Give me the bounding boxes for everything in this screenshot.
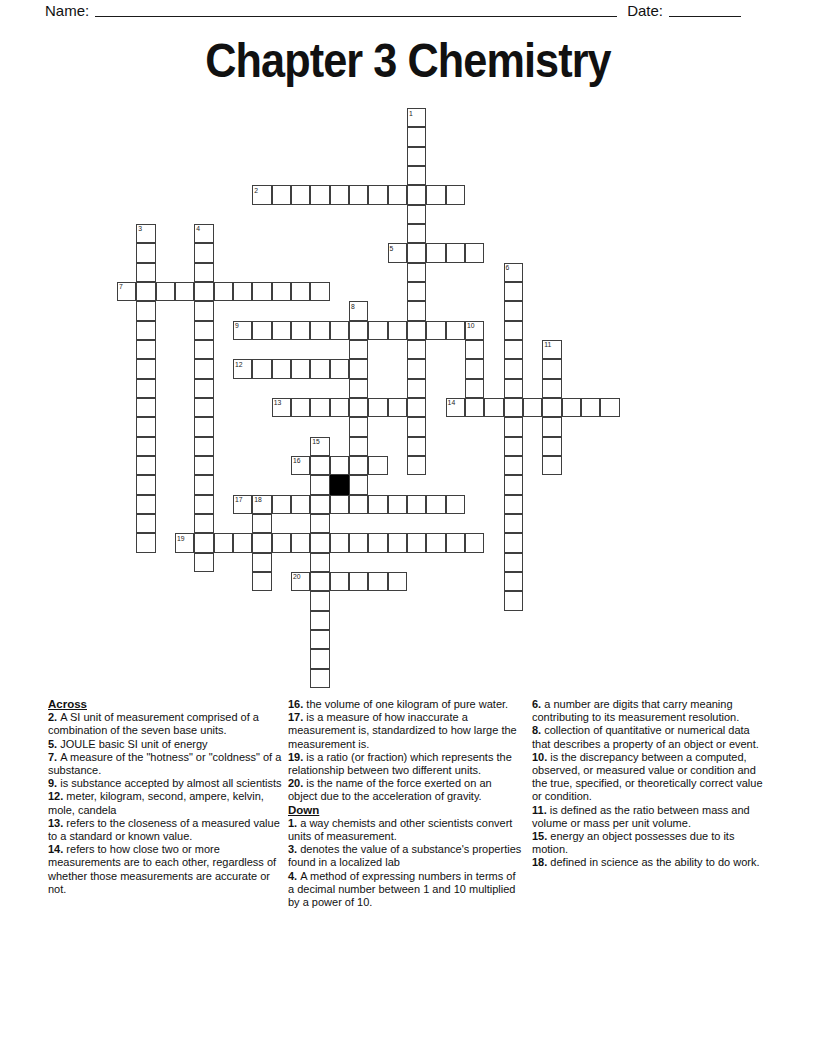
cell-r7c4[interactable] (194, 243, 213, 262)
cell-r13c11[interactable] (330, 359, 349, 378)
cell-number-20: 20 (293, 573, 301, 580)
cell-r9c4[interactable] (194, 282, 213, 301)
cell-r15c12[interactable] (349, 398, 368, 417)
cell-number-14: 14 (448, 399, 456, 406)
cell-r18c13[interactable] (368, 456, 387, 475)
cell-r19c10[interactable] (310, 475, 329, 494)
cell-r23c10[interactable] (310, 553, 329, 572)
cell-r17c1[interactable] (136, 437, 155, 456)
cell-r22c20[interactable] (504, 533, 523, 552)
cell-r23c20[interactable] (504, 553, 523, 572)
crossword-grid: 1234567891011121314151617181920 (117, 108, 621, 689)
cell-r11c15[interactable] (407, 321, 426, 340)
page-title: Chapter 3 Chemistry (41, 33, 775, 88)
cell-number-5: 5 (390, 245, 394, 252)
cell-r14c12[interactable] (349, 379, 368, 398)
clue-down-8: 8. collection of quantitative or numeric… (532, 724, 766, 750)
cell-r11c9[interactable] (291, 321, 310, 340)
cell-r22c4[interactable] (194, 533, 213, 552)
cell-r15c19[interactable] (484, 398, 503, 417)
cell-r12c18[interactable] (465, 340, 484, 359)
clue-number-across-14: 14. (48, 843, 66, 855)
clue-down-6: 6. a number are digits that carry meanin… (532, 698, 766, 724)
clue-across-20: 20. is the name of the force exerted on … (288, 777, 522, 803)
clue-across-2: 2. A SI unit of measurement comprised of… (48, 711, 282, 737)
cell-r22c7[interactable] (252, 533, 271, 552)
cell-number-15: 15 (312, 438, 320, 445)
clue-number-down-1: 1. (288, 817, 300, 829)
clue-across-9: 9. is substance accepted by almost all s… (48, 777, 282, 790)
cell-r7c1[interactable] (136, 243, 155, 262)
cell-r13c10[interactable] (310, 359, 329, 378)
cell-r11c7[interactable] (252, 321, 271, 340)
cell-r15c24[interactable] (581, 398, 600, 417)
clue-across-7: 7. A measure of the "hotness" or "coldne… (48, 751, 282, 777)
cell-r21c7[interactable] (252, 514, 271, 533)
clue-down-1: 1. a way chemists and other scientists c… (288, 817, 522, 843)
cell-r16c22[interactable] (542, 417, 561, 436)
clue-number-across-7: 7. (48, 751, 60, 763)
worksheet-page: Name: Date: Chapter 3 Chemistry 12345678… (0, 0, 816, 1056)
cell-number-13: 13 (274, 399, 282, 406)
cell-r10c4[interactable] (194, 301, 213, 320)
cell-r9c10[interactable] (310, 282, 329, 301)
cell-r11c12[interactable] (349, 321, 368, 340)
cell-r7c17[interactable] (446, 243, 465, 262)
clue-number-down-4: 4. (288, 870, 300, 882)
cell-r13c9[interactable] (291, 359, 310, 378)
cell-r20c1[interactable] (136, 495, 155, 514)
cell-r11c20[interactable] (504, 321, 523, 340)
cell-r27c10[interactable] (310, 630, 329, 649)
cell-r15c11[interactable] (330, 398, 349, 417)
cell-r23c4[interactable] (194, 553, 213, 572)
clues-column-1: Across2. A SI unit of measurement compri… (48, 698, 282, 896)
cell-r9c8[interactable] (272, 282, 291, 301)
cell-r11c14[interactable] (388, 321, 407, 340)
cell-r12c4[interactable] (194, 340, 213, 359)
cell-r1c15[interactable] (407, 127, 426, 146)
cell-r28c10[interactable] (310, 649, 329, 668)
cell-r10c20[interactable] (504, 301, 523, 320)
cell-r21c1[interactable] (136, 514, 155, 533)
clue-across-17: 17. is a measure of how inaccurate a mea… (288, 711, 522, 751)
clue-across-14: 14. refers to how close two or more meas… (48, 843, 282, 896)
cell-r10c15[interactable] (407, 301, 426, 320)
clue-number-across-16: 16. (288, 698, 306, 710)
cell-r2c15[interactable] (407, 147, 426, 166)
cell-r20c12[interactable] (349, 495, 368, 514)
clue-number-down-15: 15. (532, 830, 550, 842)
cell-r9c15[interactable] (407, 282, 426, 301)
cell-r13c22[interactable] (542, 359, 561, 378)
clue-across-5: 5. JOULE basic SI unit of energy (48, 738, 282, 751)
cell-r17c4[interactable] (194, 437, 213, 456)
cell-r13c20[interactable] (504, 359, 523, 378)
clue-number-across-13: 13. (48, 817, 66, 829)
cell-number-7: 7 (119, 283, 123, 290)
clue-number-down-11: 11. (532, 804, 550, 816)
cell-r19c20[interactable] (504, 475, 523, 494)
cell-r15c1[interactable] (136, 398, 155, 417)
cell-r10c1[interactable] (136, 301, 155, 320)
cell-r15c21[interactable] (523, 398, 542, 417)
cell-number-12: 12 (235, 361, 243, 368)
cell-r24c20[interactable] (504, 572, 523, 591)
down-heading: Down (288, 804, 522, 817)
cell-r22c9[interactable] (291, 533, 310, 552)
cell-r22c5[interactable] (214, 533, 233, 552)
cell-r19c12[interactable] (349, 475, 368, 494)
clue-number-down-8: 8. (532, 724, 544, 736)
cell-r17c22[interactable] (542, 437, 561, 456)
cell-r18c22[interactable] (542, 456, 561, 475)
cell-r15c15[interactable] (407, 398, 426, 417)
clue-number-across-2: 2. (48, 711, 60, 723)
cell-r17c15[interactable] (407, 437, 426, 456)
cell-r22c8[interactable] (272, 533, 291, 552)
cell-r4c14[interactable] (388, 185, 407, 204)
cell-r9c20[interactable] (504, 282, 523, 301)
cell-r7c18[interactable] (465, 243, 484, 262)
name-label: Name: (45, 2, 89, 20)
cell-r13c1[interactable] (136, 359, 155, 378)
clue-number-across-9: 9. (48, 777, 60, 789)
cell-number-18: 18 (254, 496, 262, 503)
cell-r22c16[interactable] (426, 533, 445, 552)
cell-r12c20[interactable] (504, 340, 523, 359)
cell-r9c3[interactable] (175, 282, 194, 301)
cell-r18c1[interactable] (136, 456, 155, 475)
cell-r22c13[interactable] (368, 533, 387, 552)
cell-r8c4[interactable] (194, 263, 213, 282)
cell-r20c16[interactable] (426, 495, 445, 514)
cell-r15c9[interactable] (291, 398, 310, 417)
cell-r14c22[interactable] (542, 379, 561, 398)
cell-r22c10[interactable] (310, 533, 329, 552)
cell-r21c20[interactable] (504, 514, 523, 533)
clues-column-3: 6. a number are digits that carry meanin… (532, 698, 766, 870)
cell-r14c20[interactable] (504, 379, 523, 398)
clue-across-12: 12. meter, kilogram, second, ampere, kel… (48, 790, 282, 816)
cell-r22c17[interactable] (446, 533, 465, 552)
clue-across-16: 16. the volume of one kilogram of pure w… (288, 698, 522, 711)
cell-r22c14[interactable] (388, 533, 407, 552)
cell-r17c12[interactable] (349, 437, 368, 456)
cell-r15c14[interactable] (388, 398, 407, 417)
cell-r11c17[interactable] (446, 321, 465, 340)
cell-r11c1[interactable] (136, 321, 155, 340)
cell-r22c1[interactable] (136, 533, 155, 552)
cell-r15c22[interactable] (542, 398, 561, 417)
cell-number-10: 10 (467, 322, 475, 329)
clue-number-across-17: 17. (288, 711, 306, 723)
cell-r14c18[interactable] (465, 379, 484, 398)
cell-r3c15[interactable] (407, 166, 426, 185)
cell-r13c12[interactable] (349, 359, 368, 378)
cell-r13c4[interactable] (194, 359, 213, 378)
cell-r20c14[interactable] (388, 495, 407, 514)
cell-r20c10[interactable] (310, 495, 329, 514)
cell-r20c17[interactable] (446, 495, 465, 514)
cell-r9c2[interactable] (156, 282, 175, 301)
cell-r12c15[interactable] (407, 340, 426, 359)
cell-r4c10[interactable] (310, 185, 329, 204)
clue-down-4: 4. A method of expressing numbers in ter… (288, 870, 522, 910)
cell-r14c15[interactable] (407, 379, 426, 398)
cell-r15c18[interactable] (465, 398, 484, 417)
cell-r11c13[interactable] (368, 321, 387, 340)
cell-r11c16[interactable] (426, 321, 445, 340)
cell-number-11: 11 (544, 341, 551, 348)
cell-r9c7[interactable] (252, 282, 271, 301)
cell-number-4: 4 (196, 225, 200, 232)
cell-r9c9[interactable] (291, 282, 310, 301)
clue-across-19: 19. is a ratio (or fraction) which repre… (288, 751, 522, 777)
cell-number-9: 9 (235, 322, 239, 329)
cell-r20c15[interactable] (407, 495, 426, 514)
cell-r14c1[interactable] (136, 379, 155, 398)
cell-r8c1[interactable] (136, 263, 155, 282)
cell-r21c10[interactable] (310, 514, 329, 533)
clue-number-across-20: 20. (288, 777, 306, 789)
cell-r29c10[interactable] (310, 669, 329, 688)
cell-r4c9[interactable] (291, 185, 310, 204)
cell-r13c15[interactable] (407, 359, 426, 378)
cell-number-2: 2 (254, 187, 258, 194)
cell-r24c10[interactable] (310, 572, 329, 591)
cell-r8c15[interactable] (407, 263, 426, 282)
cell-r4c13[interactable] (368, 185, 387, 204)
cell-number-19: 19 (177, 535, 185, 542)
cell-r18c11[interactable] (330, 456, 349, 475)
cell-r15c13[interactable] (368, 398, 387, 417)
cell-r5c15[interactable] (407, 205, 426, 224)
cell-r15c10[interactable] (310, 398, 329, 417)
cell-r15c20[interactable] (504, 398, 523, 417)
cell-r26c10[interactable] (310, 611, 329, 630)
header-row: Name: Date: (45, 0, 741, 20)
cell-number-6: 6 (506, 264, 510, 271)
cell-r24c14[interactable] (388, 572, 407, 591)
cell-r13c8[interactable] (272, 359, 291, 378)
clue-down-3: 3. denotes the value of a substance's pr… (288, 843, 522, 869)
cell-r6c15[interactable] (407, 224, 426, 243)
cell-r20c20[interactable] (504, 495, 523, 514)
cell-number-1: 1 (409, 110, 413, 117)
clue-number-down-6: 6. (532, 698, 544, 710)
cell-r11c4[interactable] (194, 321, 213, 340)
cell-r9c5[interactable] (214, 282, 233, 301)
cell-r4c8[interactable] (272, 185, 291, 204)
cell-r4c17[interactable] (446, 185, 465, 204)
cell-r24c12[interactable] (349, 572, 368, 591)
clue-down-15: 15. energy an object possesses due to it… (532, 830, 766, 856)
clue-number-down-18: 18. (532, 856, 550, 868)
cell-number-8: 8 (351, 303, 355, 310)
cell-r20c8[interactable] (272, 495, 291, 514)
cell-r18c10[interactable] (310, 456, 329, 475)
cell-r20c11[interactable] (330, 495, 349, 514)
clue-across-13: 13. refers to the closeness of a measure… (48, 817, 282, 843)
cell-r18c12[interactable] (349, 456, 368, 475)
cell-r17c20[interactable] (504, 437, 523, 456)
cell-r4c12[interactable] (349, 185, 368, 204)
cell-r7c16[interactable] (426, 243, 445, 262)
cell-number-3: 3 (138, 225, 142, 232)
clue-number-across-19: 19. (288, 751, 306, 763)
cell-r13c18[interactable] (465, 359, 484, 378)
cell-r19c1[interactable] (136, 475, 155, 494)
cell-r11c8[interactable] (272, 321, 291, 340)
cell-r22c11[interactable] (330, 533, 349, 552)
cell-r22c12[interactable] (349, 533, 368, 552)
cell-r12c1[interactable] (136, 340, 155, 359)
clues-column-2: 16. the volume of one kilogram of pure w… (288, 698, 522, 909)
clue-number-across-5: 5. (48, 738, 60, 750)
cell-r4c11[interactable] (330, 185, 349, 204)
cell-r18c15[interactable] (407, 456, 426, 475)
cell-r19c4[interactable] (194, 475, 213, 494)
clue-down-10: 10. is the discrepancy between a compute… (532, 751, 766, 804)
clue-number-down-10: 10. (532, 751, 550, 763)
cell-number-16: 16 (293, 457, 301, 464)
clue-down-18: 18. defined in science as the ability to… (532, 856, 766, 869)
name-blank-line[interactable] (95, 2, 617, 17)
cell-r11c10[interactable] (310, 321, 329, 340)
cell-r22c18[interactable] (465, 533, 484, 552)
cell-r24c13[interactable] (368, 572, 387, 591)
cell-r24c7[interactable] (252, 572, 271, 591)
cell-r9c1[interactable] (136, 282, 155, 301)
cell-r23c7[interactable] (252, 553, 271, 572)
cell-r20c13[interactable] (368, 495, 387, 514)
cell-r4c15[interactable] (407, 185, 426, 204)
cell-r4c16[interactable] (426, 185, 445, 204)
cell-r16c1[interactable] (136, 417, 155, 436)
cell-r9c6[interactable] (233, 282, 252, 301)
cell-r16c4[interactable] (194, 417, 213, 436)
black-cell-r19c11 (330, 475, 349, 494)
cell-r20c9[interactable] (291, 495, 310, 514)
across-heading: Across (48, 698, 282, 711)
cell-r20c4[interactable] (194, 495, 213, 514)
cell-r16c20[interactable] (504, 417, 523, 436)
cell-r12c12[interactable] (349, 340, 368, 359)
cell-r15c23[interactable] (562, 398, 581, 417)
cell-r18c20[interactable] (504, 456, 523, 475)
cell-r25c20[interactable] (504, 591, 523, 610)
cell-r22c6[interactable] (233, 533, 252, 552)
cell-r22c15[interactable] (407, 533, 426, 552)
clue-number-down-3: 3. (288, 843, 300, 855)
date-label: Date: (627, 2, 663, 20)
cell-r16c12[interactable] (349, 417, 368, 436)
clue-number-across-12: 12. (48, 790, 66, 802)
cell-r13c7[interactable] (252, 359, 271, 378)
cell-r7c15[interactable] (407, 243, 426, 262)
cell-r11c11[interactable] (330, 321, 349, 340)
cell-r24c11[interactable] (330, 572, 349, 591)
cell-r15c4[interactable] (194, 398, 213, 417)
cell-r21c4[interactable] (194, 514, 213, 533)
cell-number-17: 17 (235, 496, 243, 503)
cell-r15c25[interactable] (600, 398, 619, 417)
cell-r14c4[interactable] (194, 379, 213, 398)
cell-r18c4[interactable] (194, 456, 213, 475)
clue-down-11: 11. is defined as the ratio between mass… (532, 804, 766, 830)
cell-r16c15[interactable] (407, 417, 426, 436)
cell-r25c10[interactable] (310, 591, 329, 610)
date-blank-line[interactable] (669, 2, 741, 17)
